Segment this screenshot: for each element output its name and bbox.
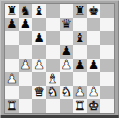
square-a6[interactable]: [5, 31, 19, 45]
chess-board: ♜♞♝♜♚♟♟♛♟♝♟♟♟♟♟♟♟♝♛♞♞♟♟♜♜♚: [5, 4, 114, 113]
white-pawn[interactable]: ♟: [88, 86, 99, 99]
white-pawn[interactable]: ♟: [6, 72, 17, 85]
square-b7[interactable]: ♟: [19, 18, 33, 32]
square-b3[interactable]: [19, 72, 33, 86]
square-f6[interactable]: ♝: [73, 31, 87, 45]
square-f3[interactable]: [73, 72, 87, 86]
square-c2[interactable]: ♛: [32, 86, 46, 100]
square-f4[interactable]: ♟: [73, 59, 87, 73]
square-f2[interactable]: ♟: [73, 86, 87, 100]
square-h5[interactable]: [100, 45, 114, 59]
square-f8[interactable]: ♜: [73, 4, 87, 18]
white-rook[interactable]: ♜: [74, 99, 85, 112]
square-c5[interactable]: [32, 45, 46, 59]
black-rook[interactable]: ♜: [6, 4, 17, 17]
square-d1[interactable]: [46, 99, 60, 113]
square-b5[interactable]: [19, 45, 33, 59]
black-king[interactable]: ♚: [88, 4, 99, 17]
square-c1[interactable]: [32, 99, 46, 113]
square-c3[interactable]: [32, 72, 46, 86]
square-a1[interactable]: ♜: [5, 99, 19, 113]
square-e8[interactable]: [60, 4, 74, 18]
square-b6[interactable]: [19, 31, 33, 45]
square-a5[interactable]: [5, 45, 19, 59]
square-h2[interactable]: [100, 86, 114, 100]
square-h8[interactable]: [100, 4, 114, 18]
square-b8[interactable]: ♞: [19, 4, 33, 18]
square-e5[interactable]: ♟: [60, 45, 74, 59]
white-pawn[interactable]: ♟: [74, 86, 85, 99]
square-h7[interactable]: [100, 18, 114, 32]
square-d5[interactable]: [46, 45, 60, 59]
square-a4[interactable]: [5, 59, 19, 73]
square-f1[interactable]: ♜: [73, 99, 87, 113]
square-d3[interactable]: ♝: [46, 72, 60, 86]
square-e6[interactable]: [60, 31, 74, 45]
square-a7[interactable]: ♟: [5, 18, 19, 32]
black-pawn[interactable]: ♟: [88, 59, 99, 72]
black-pawn[interactable]: ♟: [20, 18, 31, 31]
square-d6[interactable]: [46, 31, 60, 45]
square-g3[interactable]: [87, 72, 101, 86]
square-c4[interactable]: ♟: [32, 59, 46, 73]
black-bishop[interactable]: ♝: [74, 31, 85, 44]
square-c8[interactable]: ♝: [32, 4, 46, 18]
square-g2[interactable]: ♟: [87, 86, 101, 100]
square-f7[interactable]: [73, 18, 87, 32]
white-bishop[interactable]: ♝: [47, 72, 58, 85]
square-d2[interactable]: ♞: [46, 86, 60, 100]
square-b4[interactable]: ♟: [19, 59, 33, 73]
white-pawn[interactable]: ♟: [20, 59, 31, 72]
white-queen[interactable]: ♛: [33, 86, 44, 99]
square-a3[interactable]: ♟: [5, 72, 19, 86]
square-g7[interactable]: [87, 18, 101, 32]
white-pawn[interactable]: ♟: [33, 59, 44, 72]
square-b2[interactable]: [19, 86, 33, 100]
white-knight[interactable]: ♞: [61, 86, 72, 99]
square-e4[interactable]: ♟: [60, 59, 74, 73]
square-d8[interactable]: [46, 4, 60, 18]
square-c7[interactable]: [32, 18, 46, 32]
square-g8[interactable]: ♚: [87, 4, 101, 18]
square-f5[interactable]: [73, 45, 87, 59]
black-pawn[interactable]: ♟: [6, 18, 17, 31]
black-pawn[interactable]: ♟: [61, 45, 72, 58]
square-d4[interactable]: [46, 59, 60, 73]
square-g4[interactable]: ♟: [87, 59, 101, 73]
white-pawn[interactable]: ♟: [61, 59, 72, 72]
square-g5[interactable]: [87, 45, 101, 59]
white-king[interactable]: ♚: [88, 99, 99, 112]
square-a2[interactable]: [5, 86, 19, 100]
black-bishop[interactable]: ♝: [33, 4, 44, 17]
black-knight[interactable]: ♞: [20, 4, 31, 17]
square-h6[interactable]: [100, 31, 114, 45]
square-g1[interactable]: ♚: [87, 99, 101, 113]
square-h1[interactable]: [100, 99, 114, 113]
square-h3[interactable]: [100, 72, 114, 86]
chess-diagram-frame: ♜♞♝♜♚♟♟♛♟♝♟♟♟♟♟♟♟♝♛♞♞♟♟♜♜♚: [0, 0, 119, 118]
square-a8[interactable]: ♜: [5, 4, 19, 18]
square-g6[interactable]: [87, 31, 101, 45]
black-pawn[interactable]: ♟: [74, 59, 85, 72]
black-rook[interactable]: ♜: [74, 4, 85, 17]
square-e1[interactable]: [60, 99, 74, 113]
square-e2[interactable]: ♞: [60, 86, 74, 100]
square-c6[interactable]: ♟: [32, 31, 46, 45]
black-queen[interactable]: ♛: [61, 18, 72, 31]
white-rook[interactable]: ♜: [6, 99, 17, 112]
black-pawn[interactable]: ♟: [33, 31, 44, 44]
white-knight[interactable]: ♞: [47, 86, 58, 99]
square-h4[interactable]: [100, 59, 114, 73]
square-e3[interactable]: [60, 72, 74, 86]
square-b1[interactable]: [19, 99, 33, 113]
square-d7[interactable]: [46, 18, 60, 32]
square-e7[interactable]: ♛: [60, 18, 74, 32]
